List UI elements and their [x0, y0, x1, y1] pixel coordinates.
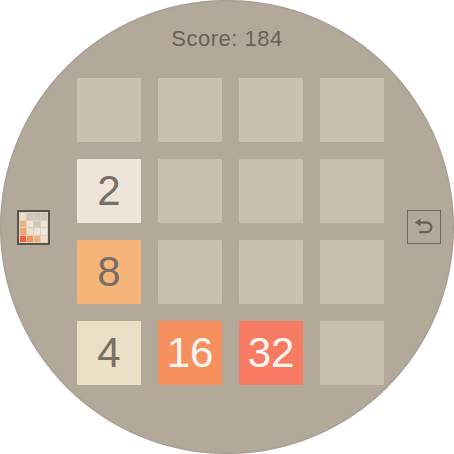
tile-8-r3c1: 8: [77, 240, 141, 304]
mini-board-cell: [20, 221, 26, 228]
empty-cell-r3c3: [239, 240, 303, 304]
mini-board-cell: [34, 213, 40, 220]
tile-2-r2c1: 2: [77, 159, 141, 223]
empty-cell-r1c3: [239, 78, 303, 142]
empty-cell-r2c2: [158, 159, 222, 223]
mini-board-cell: [20, 236, 26, 243]
watch-face-circle: Score: 184 2841632: [0, 0, 454, 454]
mini-board-cell: [41, 213, 47, 220]
mini-board-cell: [41, 221, 47, 228]
empty-cell-r1c4: [320, 78, 384, 142]
mini-board-cell: [34, 221, 40, 228]
mini-board-cell: [34, 236, 40, 243]
mini-board-cell: [41, 236, 47, 243]
tile-32-r4c3: 32: [239, 321, 303, 385]
mini-board-cell: [20, 213, 26, 220]
empty-cell-r1c1: [77, 78, 141, 142]
tile-16-r4c2: 16: [158, 321, 222, 385]
mini-board-cell: [27, 221, 33, 228]
score-label: Score: 184: [0, 26, 454, 52]
mini-board-cell: [20, 228, 26, 235]
mini-2048-board-icon[interactable]: [17, 210, 50, 245]
undo-button[interactable]: [407, 210, 441, 244]
mini-board-cell: [27, 228, 33, 235]
undo-arrow-icon: [412, 215, 436, 239]
mini-board-cell: [27, 213, 33, 220]
tile-4-r4c1: 4: [77, 321, 141, 385]
mini-board-cell: [34, 228, 40, 235]
empty-cell-r2c4: [320, 159, 384, 223]
mini-board-cell: [27, 236, 33, 243]
empty-cell-r3c4: [320, 240, 384, 304]
empty-cell-r2c3: [239, 159, 303, 223]
mini-board-cell: [41, 228, 47, 235]
empty-cell-r3c2: [158, 240, 222, 304]
empty-cell-r4c4: [320, 321, 384, 385]
game-board[interactable]: 2841632: [77, 78, 384, 385]
empty-cell-r1c2: [158, 78, 222, 142]
